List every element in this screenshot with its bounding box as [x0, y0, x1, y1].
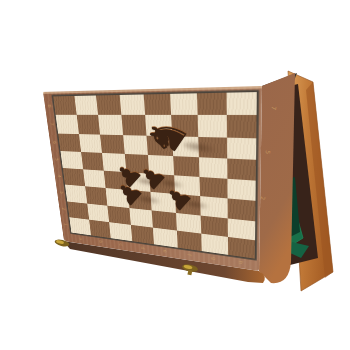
black-knight: ♞: [138, 107, 197, 164]
pieces-layer: ♞♟♟♟♟: [0, 0, 350, 350]
product-photo-chess-set: 7 5 2 87654321 abcdefgh ♞♟♟♟♟: [0, 0, 350, 350]
